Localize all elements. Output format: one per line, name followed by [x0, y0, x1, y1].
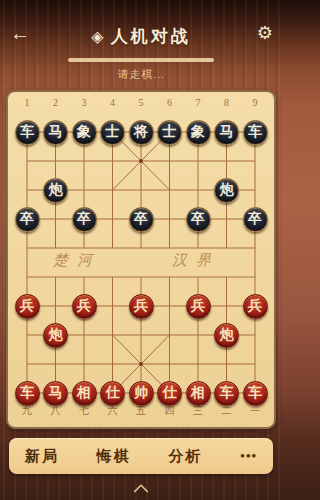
more-options-button[interactable]: ••• — [240, 448, 257, 464]
piece-black-车-f1r1[interactable]: 车 — [15, 120, 40, 145]
undo-move-button[interactable]: 悔棋 — [97, 447, 131, 466]
rank-label-5: 五 — [131, 404, 151, 418]
file-label-9: 9 — [245, 97, 265, 108]
piece-red-兵-f7r7[interactable]: 兵 — [186, 294, 211, 319]
piece-black-士-f6r1[interactable]: 士 — [157, 120, 182, 145]
piece-black-将-f5r1[interactable]: 将 — [129, 120, 154, 145]
piece-red-仕-f4r10[interactable]: 仕 — [100, 381, 125, 406]
top-palace-center-dot — [139, 159, 143, 163]
rank-label-8: 二 — [217, 404, 237, 418]
rank-label-1: 九 — [17, 404, 37, 418]
app-logo-diamond-icon: ◈ — [91, 27, 103, 47]
file-label-6: 6 — [160, 97, 180, 108]
file-label-4: 4 — [103, 97, 123, 108]
bottom-palace-center-dot — [139, 362, 143, 366]
rank-label-3: 七 — [74, 404, 94, 418]
rank-label-7: 三 — [188, 404, 208, 418]
piece-red-马-f2r10[interactable]: 马 — [43, 381, 68, 406]
piece-black-马-f8r1[interactable]: 马 — [214, 120, 239, 145]
piece-red-车-f1r10[interactable]: 车 — [15, 381, 40, 406]
piece-red-兵-f3r7[interactable]: 兵 — [72, 294, 97, 319]
file-label-3: 3 — [74, 97, 94, 108]
piece-red-仕-f6r10[interactable]: 仕 — [157, 381, 182, 406]
piece-black-卒-f5r4[interactable]: 卒 — [129, 207, 154, 232]
rank-label-4: 六 — [103, 404, 123, 418]
piece-red-帅-f5r10[interactable]: 帅 — [129, 381, 154, 406]
piece-red-炮-f2r8[interactable]: 炮 — [43, 323, 68, 348]
status-text: 请走棋... — [0, 67, 282, 82]
piece-black-炮-f2r3[interactable]: 炮 — [43, 178, 68, 203]
piece-red-兵-f9r7[interactable]: 兵 — [243, 294, 268, 319]
river-label-left: 楚河 — [53, 249, 101, 271]
piece-black-士-f4r1[interactable]: 士 — [100, 120, 125, 145]
piece-black-卒-f7r4[interactable]: 卒 — [186, 207, 211, 232]
bottom-toolbar: 新局 悔棋 分析 ••• — [9, 438, 273, 474]
expand-chevron-up-icon[interactable] — [133, 484, 149, 500]
status-divider-pill — [68, 58, 214, 62]
piece-red-相-f7r10[interactable]: 相 — [186, 381, 211, 406]
river-label-right: 汉界 — [172, 249, 220, 271]
rank-label-9: 一 — [245, 404, 265, 418]
piece-red-炮-f8r8[interactable]: 炮 — [214, 323, 239, 348]
file-label-2: 2 — [46, 97, 66, 108]
piece-red-兵-f1r7[interactable]: 兵 — [15, 294, 40, 319]
piece-red-兵-f5r7[interactable]: 兵 — [129, 294, 154, 319]
piece-black-卒-f3r4[interactable]: 卒 — [72, 207, 97, 232]
rank-label-6: 四 — [160, 404, 180, 418]
analyze-button[interactable]: 分析 — [169, 447, 203, 466]
new-game-button[interactable]: 新局 — [25, 447, 59, 466]
xiangqi-board[interactable]: 楚河 汉界 123456789 九八七六五四三二一 车马象士将士象马车炮炮卒卒卒… — [6, 90, 276, 429]
piece-red-车-f9r10[interactable]: 车 — [243, 381, 268, 406]
page-title: 人机对战 — [111, 25, 191, 48]
title-bar: ◈ 人机对战 — [0, 25, 282, 48]
piece-red-相-f3r10[interactable]: 相 — [72, 381, 97, 406]
piece-black-卒-f1r4[interactable]: 卒 — [15, 207, 40, 232]
piece-red-车-f8r10[interactable]: 车 — [214, 381, 239, 406]
rank-label-2: 八 — [46, 404, 66, 418]
piece-black-卒-f9r4[interactable]: 卒 — [243, 207, 268, 232]
file-label-7: 7 — [188, 97, 208, 108]
file-label-8: 8 — [217, 97, 237, 108]
piece-black-马-f2r1[interactable]: 马 — [43, 120, 68, 145]
piece-black-炮-f8r3[interactable]: 炮 — [214, 178, 239, 203]
piece-black-车-f9r1[interactable]: 车 — [243, 120, 268, 145]
file-label-5: 5 — [131, 97, 151, 108]
piece-black-象-f7r1[interactable]: 象 — [186, 120, 211, 145]
piece-black-象-f3r1[interactable]: 象 — [72, 120, 97, 145]
settings-gear-icon[interactable]: ⚙ — [257, 23, 273, 43]
file-label-1: 1 — [17, 97, 37, 108]
